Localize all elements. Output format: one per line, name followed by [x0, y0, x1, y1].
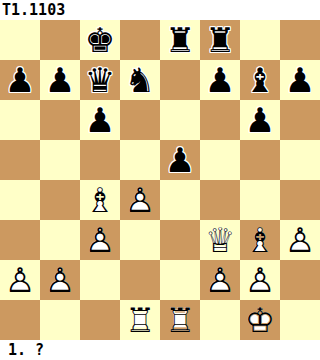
- square-a4[interactable]: [0, 180, 40, 220]
- white-pawn-icon: ♟: [80, 220, 120, 260]
- square-a6[interactable]: [0, 100, 40, 140]
- square-d8[interactable]: [120, 20, 160, 60]
- white-pawn-icon: ♟: [280, 220, 320, 260]
- square-d1[interactable]: ♜♖: [120, 300, 160, 340]
- square-c3[interactable]: ♟♙: [80, 220, 120, 260]
- white-pawn-icon-outline: ♙: [120, 180, 160, 220]
- square-c4[interactable]: ♝♗: [80, 180, 120, 220]
- square-h5[interactable]: [280, 140, 320, 180]
- square-b5[interactable]: [40, 140, 80, 180]
- white-pawn-icon-outline: ♙: [200, 260, 240, 300]
- white-bishop-icon: ♝: [240, 220, 280, 260]
- square-a8[interactable]: [0, 20, 40, 60]
- square-h1[interactable]: [280, 300, 320, 340]
- white-rook-icon-outline: ♖: [120, 300, 160, 340]
- square-h2[interactable]: [280, 260, 320, 300]
- square-e7[interactable]: [160, 60, 200, 100]
- square-b7[interactable]: ♟: [40, 60, 80, 100]
- white-rook-icon: ♜: [120, 300, 160, 340]
- square-g3[interactable]: ♝♗: [240, 220, 280, 260]
- square-e6[interactable]: [160, 100, 200, 140]
- square-h6[interactable]: [280, 100, 320, 140]
- black-knight-icon: ♞: [120, 60, 160, 100]
- square-c7[interactable]: ♛: [80, 60, 120, 100]
- square-a5[interactable]: [0, 140, 40, 180]
- white-queen-icon: ♛: [200, 220, 240, 260]
- white-pawn-icon: ♟: [0, 260, 40, 300]
- square-h7[interactable]: ♟: [280, 60, 320, 100]
- square-e3[interactable]: [160, 220, 200, 260]
- black-pawn-icon: ♟: [0, 60, 40, 100]
- square-a2[interactable]: ♟♙: [0, 260, 40, 300]
- square-e8[interactable]: ♜: [160, 20, 200, 60]
- square-e1[interactable]: ♜♖: [160, 300, 200, 340]
- square-f1[interactable]: [200, 300, 240, 340]
- black-rook-icon: ♜: [200, 20, 240, 60]
- square-b6[interactable]: [40, 100, 80, 140]
- square-b3[interactable]: [40, 220, 80, 260]
- square-d7[interactable]: ♞: [120, 60, 160, 100]
- white-bishop-icon-outline: ♗: [240, 220, 280, 260]
- square-h8[interactable]: [280, 20, 320, 60]
- square-c6[interactable]: ♟: [80, 100, 120, 140]
- black-queen-icon: ♛: [80, 60, 120, 100]
- black-king-icon: ♚: [80, 20, 120, 60]
- white-pawn-icon: ♟: [240, 260, 280, 300]
- black-pawn-icon: ♟: [40, 60, 80, 100]
- square-g5[interactable]: [240, 140, 280, 180]
- square-g4[interactable]: [240, 180, 280, 220]
- black-pawn-icon: ♟: [80, 100, 120, 140]
- square-g7[interactable]: ♝: [240, 60, 280, 100]
- white-pawn-icon: ♟: [40, 260, 80, 300]
- square-c2[interactable]: [80, 260, 120, 300]
- white-queen-icon-outline: ♕: [200, 220, 240, 260]
- square-a7[interactable]: ♟: [0, 60, 40, 100]
- white-pawn-icon-outline: ♙: [0, 260, 40, 300]
- square-g6[interactable]: ♟: [240, 100, 280, 140]
- square-d3[interactable]: [120, 220, 160, 260]
- square-f8[interactable]: ♜: [200, 20, 240, 60]
- square-e5[interactable]: ♟: [160, 140, 200, 180]
- square-d2[interactable]: [120, 260, 160, 300]
- square-h3[interactable]: ♟♙: [280, 220, 320, 260]
- square-e2[interactable]: [160, 260, 200, 300]
- black-pawn-icon: ♟: [240, 100, 280, 140]
- move-prompt: 1. ?: [0, 340, 320, 360]
- square-f4[interactable]: [200, 180, 240, 220]
- black-rook-icon: ♜: [160, 20, 200, 60]
- square-d6[interactable]: [120, 100, 160, 140]
- square-a3[interactable]: [0, 220, 40, 260]
- white-bishop-icon-outline: ♗: [80, 180, 120, 220]
- black-pawn-icon: ♟: [160, 140, 200, 180]
- square-g2[interactable]: ♟♙: [240, 260, 280, 300]
- white-pawn-icon: ♟: [200, 260, 240, 300]
- white-bishop-icon: ♝: [80, 180, 120, 220]
- square-d4[interactable]: ♟♙: [120, 180, 160, 220]
- black-pawn-icon: ♟: [280, 60, 320, 100]
- square-c1[interactable]: [80, 300, 120, 340]
- white-king-icon: ♚: [240, 300, 280, 340]
- square-b8[interactable]: [40, 20, 80, 60]
- square-c8[interactable]: ♚: [80, 20, 120, 60]
- square-f7[interactable]: ♟: [200, 60, 240, 100]
- white-pawn-icon-outline: ♙: [280, 220, 320, 260]
- square-a1[interactable]: [0, 300, 40, 340]
- diagram-title: T1.1103: [0, 0, 320, 20]
- square-f3[interactable]: ♛♕: [200, 220, 240, 260]
- square-f5[interactable]: [200, 140, 240, 180]
- white-rook-icon: ♜: [160, 300, 200, 340]
- square-g8[interactable]: [240, 20, 280, 60]
- white-king-icon-outline: ♔: [240, 300, 280, 340]
- chess-board: ♚♜♜♟♟♛♞♟♝♟♟♟♟♝♗♟♙♟♙♛♕♝♗♟♙♟♙♟♙♟♙♟♙♜♖♜♖♚♔: [0, 20, 320, 340]
- black-pawn-icon: ♟: [200, 60, 240, 100]
- square-b1[interactable]: [40, 300, 80, 340]
- white-pawn-icon: ♟: [120, 180, 160, 220]
- square-b2[interactable]: ♟♙: [40, 260, 80, 300]
- chess-diagram-screen: T1.1103 ♚♜♜♟♟♛♞♟♝♟♟♟♟♝♗♟♙♟♙♛♕♝♗♟♙♟♙♟♙♟♙♟…: [0, 0, 320, 360]
- square-f6[interactable]: [200, 100, 240, 140]
- square-c5[interactable]: [80, 140, 120, 180]
- white-pawn-icon-outline: ♙: [80, 220, 120, 260]
- white-rook-icon-outline: ♖: [160, 300, 200, 340]
- square-h4[interactable]: [280, 180, 320, 220]
- black-bishop-icon: ♝: [240, 60, 280, 100]
- white-pawn-icon-outline: ♙: [40, 260, 80, 300]
- square-d5[interactable]: [120, 140, 160, 180]
- square-e4[interactable]: [160, 180, 200, 220]
- square-g1[interactable]: ♚♔: [240, 300, 280, 340]
- white-pawn-icon-outline: ♙: [240, 260, 280, 300]
- square-b4[interactable]: [40, 180, 80, 220]
- square-f2[interactable]: ♟♙: [200, 260, 240, 300]
